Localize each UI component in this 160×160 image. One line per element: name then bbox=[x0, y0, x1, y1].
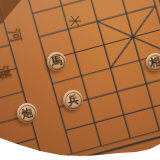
photo-background: 河 漢 馬 相 兵 炮 bbox=[0, 0, 160, 160]
xiangqi-piece[interactable]: 相 bbox=[146, 53, 160, 71]
xiangqi-piece[interactable]: 炮 bbox=[17, 103, 37, 123]
xiangqi-mat: 河 漢 bbox=[0, 0, 160, 160]
xiangqi-piece[interactable]: 馬 bbox=[47, 52, 66, 71]
mat-sheen bbox=[0, 0, 160, 160]
xiangqi-piece[interactable]: 兵 bbox=[63, 90, 83, 110]
